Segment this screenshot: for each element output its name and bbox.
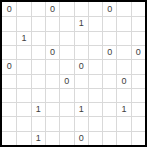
cell-r10c9[interactable]: [116, 131, 130, 145]
cell-r1c5[interactable]: [59, 2, 73, 16]
cell-r9c2[interactable]: [16, 116, 30, 130]
cell-r5c4[interactable]: [45, 59, 59, 73]
cell-r2c2[interactable]: [16, 16, 30, 30]
cell-r8c2[interactable]: [16, 102, 30, 116]
cell-r1c7[interactable]: [88, 2, 102, 16]
cell-r8c6[interactable]: 1: [74, 102, 88, 116]
cell-r6c5[interactable]: 0: [59, 74, 73, 88]
cell-r10c7[interactable]: [88, 131, 102, 145]
cell-r5c3[interactable]: [31, 59, 45, 73]
cell-r5c8[interactable]: [102, 59, 116, 73]
cell-r10c6[interactable]: 0: [74, 131, 88, 145]
cell-r9c7[interactable]: [88, 116, 102, 130]
cell-r8c7[interactable]: [88, 102, 102, 116]
cell-r6c10[interactable]: [131, 74, 145, 88]
cell-r10c1[interactable]: [2, 131, 16, 145]
cell-r4c8[interactable]: 0: [102, 45, 116, 59]
cell-r6c6[interactable]: [74, 74, 88, 88]
cell-r10c2[interactable]: [16, 131, 30, 145]
cell-r5c5[interactable]: [59, 59, 73, 73]
binairo-board: 00011000000011110: [0, 0, 147, 147]
cell-r4c3[interactable]: [31, 45, 45, 59]
cell-r1c10[interactable]: [131, 2, 145, 16]
cell-r3c2[interactable]: 1: [16, 31, 30, 45]
cell-r5c2[interactable]: [16, 59, 30, 73]
cell-r10c4[interactable]: [45, 131, 59, 145]
cell-r6c3[interactable]: [31, 74, 45, 88]
cell-r3c9[interactable]: [116, 31, 130, 45]
cell-r5c9[interactable]: [116, 59, 130, 73]
cell-r7c7[interactable]: [88, 88, 102, 102]
cell-r9c1[interactable]: [2, 116, 16, 130]
cell-r8c5[interactable]: [59, 102, 73, 116]
cell-r3c5[interactable]: [59, 31, 73, 45]
cell-r4c1[interactable]: [2, 45, 16, 59]
cell-r6c8[interactable]: [102, 74, 116, 88]
cell-r1c2[interactable]: [16, 2, 30, 16]
cell-r2c10[interactable]: [131, 16, 145, 30]
cell-r2c4[interactable]: [45, 16, 59, 30]
cell-r3c4[interactable]: [45, 31, 59, 45]
cell-r5c10[interactable]: [131, 59, 145, 73]
cell-r2c1[interactable]: [2, 16, 16, 30]
cell-r6c4[interactable]: [45, 74, 59, 88]
cell-r9c10[interactable]: [131, 116, 145, 130]
cell-r4c9[interactable]: [116, 45, 130, 59]
cell-r9c6[interactable]: [74, 116, 88, 130]
cell-r4c4[interactable]: 0: [45, 45, 59, 59]
cell-r4c10[interactable]: 0: [131, 45, 145, 59]
cell-r5c6[interactable]: 0: [74, 59, 88, 73]
cell-r9c3[interactable]: [31, 116, 45, 130]
cell-r10c3[interactable]: 1: [31, 131, 45, 145]
cell-r8c3[interactable]: 1: [31, 102, 45, 116]
cell-r1c6[interactable]: [74, 2, 88, 16]
cell-r7c10[interactable]: [131, 88, 145, 102]
cell-r2c5[interactable]: [59, 16, 73, 30]
cell-r1c9[interactable]: [116, 2, 130, 16]
cell-r5c1[interactable]: 0: [2, 59, 16, 73]
cell-r9c8[interactable]: [102, 116, 116, 130]
cell-r4c2[interactable]: [16, 45, 30, 59]
cell-r4c7[interactable]: [88, 45, 102, 59]
cell-r3c8[interactable]: [102, 31, 116, 45]
cell-r6c7[interactable]: [88, 74, 102, 88]
cell-r2c9[interactable]: [116, 16, 130, 30]
cell-r7c4[interactable]: [45, 88, 59, 102]
cell-r7c6[interactable]: [74, 88, 88, 102]
cell-r6c2[interactable]: [16, 74, 30, 88]
cell-r3c1[interactable]: [2, 31, 16, 45]
cell-r7c1[interactable]: [2, 88, 16, 102]
cell-r8c9[interactable]: 1: [116, 102, 130, 116]
cell-r3c7[interactable]: [88, 31, 102, 45]
cell-r9c4[interactable]: [45, 116, 59, 130]
cell-r6c9[interactable]: 0: [116, 74, 130, 88]
cell-r7c8[interactable]: [102, 88, 116, 102]
cell-r5c7[interactable]: [88, 59, 102, 73]
cell-r8c8[interactable]: [102, 102, 116, 116]
cell-r2c3[interactable]: [31, 16, 45, 30]
cell-r7c9[interactable]: [116, 88, 130, 102]
cell-r8c4[interactable]: [45, 102, 59, 116]
cell-r2c7[interactable]: [88, 16, 102, 30]
cell-r1c3[interactable]: [31, 2, 45, 16]
cell-r7c5[interactable]: [59, 88, 73, 102]
cell-r1c1[interactable]: 0: [2, 2, 16, 16]
cell-r10c10[interactable]: [131, 131, 145, 145]
cell-r2c8[interactable]: [102, 16, 116, 30]
cell-r10c8[interactable]: [102, 131, 116, 145]
cell-r10c5[interactable]: [59, 131, 73, 145]
cell-r8c1[interactable]: [2, 102, 16, 116]
cell-r6c1[interactable]: [2, 74, 16, 88]
cell-r1c4[interactable]: 0: [45, 2, 59, 16]
cell-r8c10[interactable]: [131, 102, 145, 116]
cell-r3c10[interactable]: [131, 31, 145, 45]
cell-r1c8[interactable]: 0: [102, 2, 116, 16]
cell-r9c9[interactable]: [116, 116, 130, 130]
cell-r7c3[interactable]: [31, 88, 45, 102]
cell-r7c2[interactable]: [16, 88, 30, 102]
cell-r3c6[interactable]: [74, 31, 88, 45]
cell-r2c6[interactable]: 1: [74, 16, 88, 30]
cell-r3c3[interactable]: [31, 31, 45, 45]
cell-r9c5[interactable]: [59, 116, 73, 130]
cell-r4c6[interactable]: [74, 45, 88, 59]
cell-r4c5[interactable]: [59, 45, 73, 59]
